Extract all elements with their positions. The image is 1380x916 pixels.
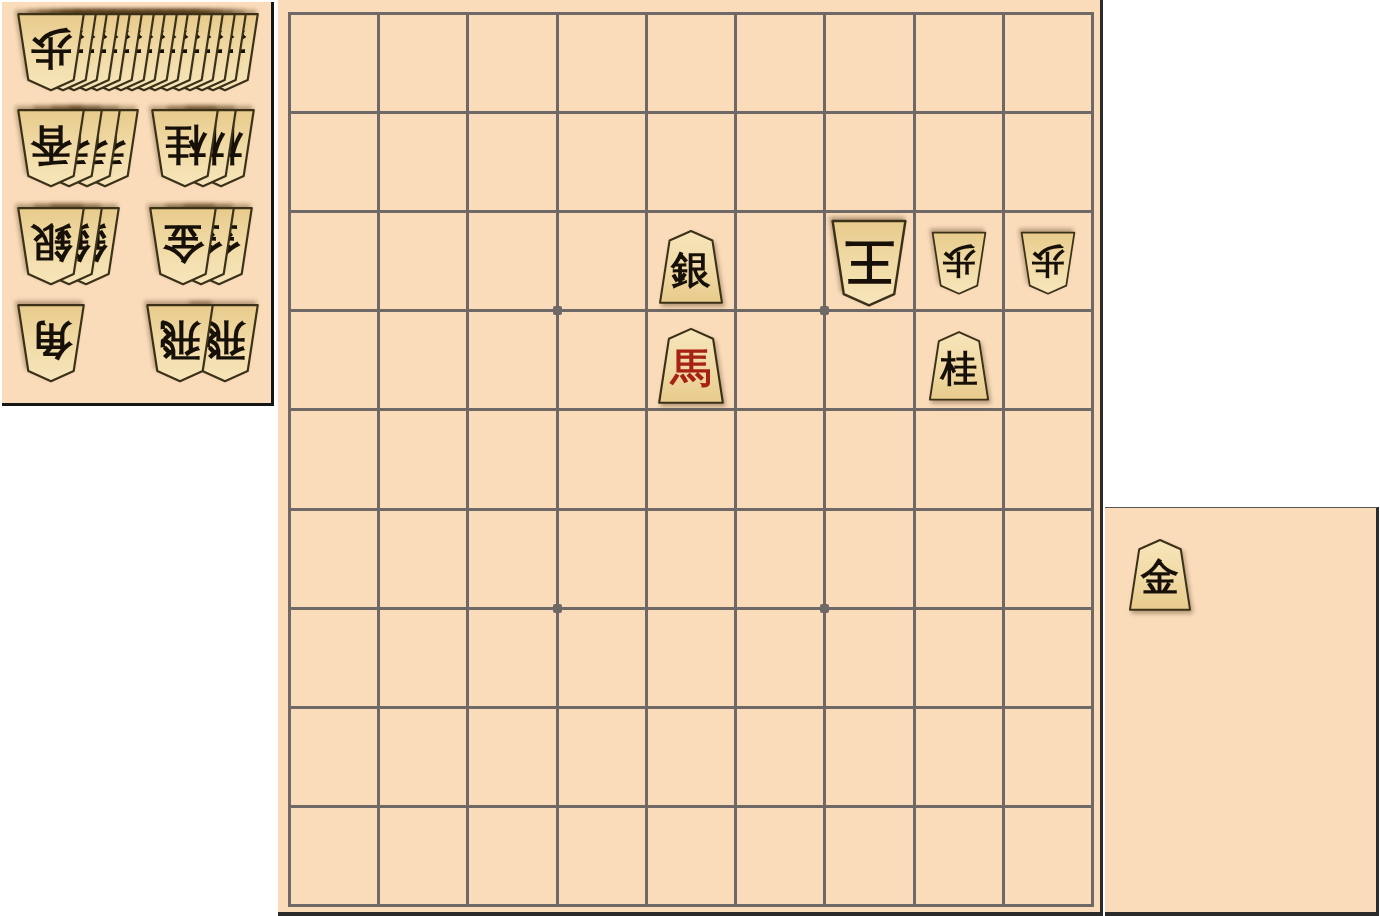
board-square-4-1 — [737, 15, 823, 111]
piece-pawn-gote[interactable]: 歩 — [15, 10, 87, 94]
hoshi-point — [553, 306, 562, 315]
board-square-4-9 — [737, 808, 823, 904]
board-square-7-9 — [469, 808, 555, 904]
board-square-1-5 — [1005, 411, 1091, 507]
board-square-2-6 — [916, 511, 1002, 607]
svg-text:馬: 馬 — [669, 344, 712, 392]
svg-text:飛: 飛 — [159, 316, 202, 365]
piece-silver-gote[interactable]: 銀 — [15, 204, 87, 288]
board-square-5-2 — [648, 114, 734, 210]
svg-text:金: 金 — [1140, 554, 1179, 599]
board-square-6-9 — [559, 808, 645, 904]
svg-text:角: 角 — [30, 316, 74, 365]
board-square-8-6 — [380, 511, 466, 607]
board-square-8-4 — [380, 312, 466, 408]
board-square-3-4 — [826, 312, 912, 408]
svg-text:金: 金 — [162, 219, 205, 268]
board-square-4-2 — [737, 114, 823, 210]
hoshi-point — [553, 604, 562, 613]
board-square-6-4 — [559, 312, 645, 408]
board-square-6-8 — [559, 709, 645, 805]
gote-hand-panel: 歩歩歩歩歩歩歩歩歩歩歩歩歩歩歩歩香香香香桂桂桂銀銀銀金金金角飛飛 — [2, 2, 274, 406]
board-square-1-1 — [1005, 15, 1091, 111]
board-square-5-8 — [648, 709, 734, 805]
svg-text:銀: 銀 — [669, 246, 711, 292]
piece-pawn-gote[interactable]: 歩 — [930, 225, 988, 301]
piece-gold-sente[interactable]: 金 — [1127, 534, 1193, 616]
svg-text:歩: 歩 — [942, 242, 977, 282]
board-square-4-8 — [737, 709, 823, 805]
board-square-2-8 — [916, 709, 1002, 805]
hoshi-point — [820, 306, 829, 315]
board-square-7-2 — [469, 114, 555, 210]
board-square-9-4 — [291, 312, 377, 408]
board-square-2-2 — [916, 114, 1002, 210]
board-square-6-2 — [559, 114, 645, 210]
board-square-6-6 — [559, 511, 645, 607]
board-square-8-3 — [380, 213, 466, 309]
board-square-1-4 — [1005, 312, 1091, 408]
board-square-3-8 — [826, 709, 912, 805]
board-square-9-6 — [291, 511, 377, 607]
board-square-1-8 — [1005, 709, 1091, 805]
board-square-9-3 — [291, 213, 377, 309]
svg-text:歩: 歩 — [30, 25, 73, 74]
board-square-6-3 — [559, 213, 645, 309]
piece-gold-gote[interactable]: 金 — [147, 204, 219, 288]
board-square-2-1 — [916, 15, 1002, 111]
board-square-1-2 — [1005, 114, 1091, 210]
board-square-3-1 — [826, 15, 912, 111]
board-square-7-3 — [469, 213, 555, 309]
board-square-9-7 — [291, 610, 377, 706]
board-square-5-6 — [648, 511, 734, 607]
piece-rook-gote[interactable]: 飛 — [144, 301, 216, 385]
board-square-7-7 — [469, 610, 555, 706]
board-square-1-9 — [1005, 808, 1091, 904]
board-square-3-5 — [826, 411, 912, 507]
board-square-8-9 — [380, 808, 466, 904]
board-square-5-5 — [648, 411, 734, 507]
sente-hand-panel: 金 — [1105, 507, 1379, 916]
board-square-4-7 — [737, 610, 823, 706]
board-square-3-2 — [826, 114, 912, 210]
tsume-shogi-diagram: 歩歩歩歩歩歩歩歩歩歩歩歩歩歩歩歩香香香香桂桂桂銀銀銀金金金角飛飛 銀馬桂王歩歩 … — [0, 0, 1380, 916]
piece-knight-gote[interactable]: 桂 — [149, 106, 221, 190]
svg-text:王: 王 — [845, 233, 896, 292]
piece-knight-sente[interactable]: 桂 — [927, 327, 991, 405]
board-square-6-7 — [559, 610, 645, 706]
board-square-9-5 — [291, 411, 377, 507]
board-square-5-9 — [648, 808, 734, 904]
svg-text:桂: 桂 — [938, 346, 977, 390]
board-grid — [288, 12, 1094, 907]
board-square-2-9 — [916, 808, 1002, 904]
board-square-2-7 — [916, 610, 1002, 706]
board-square-9-1 — [291, 15, 377, 111]
board-square-7-1 — [469, 15, 555, 111]
board-square-6-1 — [559, 15, 645, 111]
board-square-6-5 — [559, 411, 645, 507]
board-square-4-3 — [737, 213, 823, 309]
board-square-9-2 — [291, 114, 377, 210]
board-square-2-5 — [916, 411, 1002, 507]
board-square-1-6 — [1005, 511, 1091, 607]
piece-promoted-bishop-sente[interactable]: 馬 — [656, 325, 726, 407]
board-square-8-7 — [380, 610, 466, 706]
board-square-7-6 — [469, 511, 555, 607]
board-square-5-1 — [648, 15, 734, 111]
board-square-4-4 — [737, 312, 823, 408]
svg-text:桂: 桂 — [164, 121, 208, 170]
board-square-8-5 — [380, 411, 466, 507]
board-square-7-8 — [469, 709, 555, 805]
piece-king-gote[interactable]: 王 — [829, 217, 909, 309]
board-square-8-8 — [380, 709, 466, 805]
piece-silver-sente[interactable]: 銀 — [657, 227, 725, 307]
board-square-3-7 — [826, 610, 912, 706]
board-square-7-5 — [469, 411, 555, 507]
board-square-1-7 — [1005, 610, 1091, 706]
svg-text:銀: 銀 — [30, 219, 73, 268]
piece-pawn-gote[interactable]: 歩 — [1019, 225, 1077, 301]
board-square-8-2 — [380, 114, 466, 210]
svg-text:香: 香 — [30, 121, 73, 170]
board-square-3-6 — [826, 511, 912, 607]
piece-lance-gote[interactable]: 香 — [15, 106, 87, 190]
board-square-5-7 — [648, 610, 734, 706]
board-square-7-4 — [469, 312, 555, 408]
board-square-9-8 — [291, 709, 377, 805]
board-square-3-9 — [826, 808, 912, 904]
shogi-board: 銀馬桂王歩歩 — [278, 0, 1103, 916]
svg-text:歩: 歩 — [1031, 242, 1066, 282]
board-square-9-9 — [291, 808, 377, 904]
hoshi-point — [820, 604, 829, 613]
board-square-8-1 — [380, 15, 466, 111]
board-square-4-5 — [737, 411, 823, 507]
board-square-4-6 — [737, 511, 823, 607]
piece-bishop-gote[interactable]: 角 — [15, 301, 87, 385]
